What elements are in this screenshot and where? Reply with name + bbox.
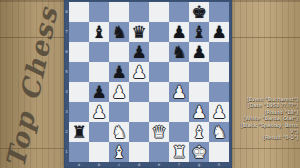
square-a6: [69, 42, 89, 62]
white-pawn-d5: ♟: [129, 62, 149, 82]
channel-watermark: Top Chess: [0, 2, 64, 168]
square-b7: ♝: [89, 22, 109, 42]
square-f7: ♟: [169, 22, 189, 42]
black-pawn-f7: ♟: [169, 22, 189, 42]
square-g5: [189, 62, 209, 82]
square-f8: [169, 2, 189, 22]
square-g8: ♚: [189, 2, 209, 22]
square-e3: [149, 102, 169, 122]
square-b6: [89, 42, 109, 62]
square-b8: [89, 2, 109, 22]
black-pawn-d6: ♟: [129, 42, 149, 62]
white-knight-c2: ♞: [109, 122, 129, 142]
square-d3: [129, 102, 149, 122]
video-frame: Top Chess 87654321 abcdefgh ♚♝♞♛♟♝♟♟♞♟♟♟…: [0, 0, 300, 168]
square-f3: [169, 102, 189, 122]
white-pawn-g3: ♟: [189, 102, 209, 122]
white-pawn-c4: ♟: [109, 82, 129, 102]
square-c4: ♟: [109, 82, 129, 102]
white-bishop-c1: ♝: [109, 142, 129, 162]
black-rook-a2: ♜: [69, 122, 89, 142]
square-e5: [149, 62, 169, 82]
white-rook-f1: ♜: [169, 142, 189, 162]
square-e6: [149, 42, 169, 62]
square-a3: [69, 102, 89, 122]
square-e1: [149, 142, 169, 162]
square-d4: [129, 82, 149, 102]
pgn-black-tag: [Black "Spassky, Boris V"]: [232, 122, 298, 135]
file-label-b: b: [89, 162, 109, 168]
square-e8: [149, 2, 169, 22]
square-e7: [149, 22, 169, 42]
square-a5: [69, 62, 89, 82]
black-knight-c7: ♞: [109, 22, 129, 42]
file-label-f: f: [169, 162, 189, 168]
square-a1: [69, 142, 89, 162]
file-label-h: h: [209, 162, 229, 168]
square-f1: ♜: [169, 142, 189, 162]
black-pawn-g6: ♟: [189, 42, 209, 62]
square-c3: [109, 102, 129, 122]
square-b4: ♟: [89, 82, 109, 102]
square-f2: [169, 122, 189, 142]
black-bishop-b7: ♝: [89, 22, 109, 42]
square-g3: ♟: [189, 102, 209, 122]
square-g6: ♟: [189, 42, 209, 62]
black-pawn-c5: ♟: [109, 62, 129, 82]
file-label-e: e: [149, 162, 169, 168]
white-pawn-f4: ♟: [169, 82, 189, 102]
black-pawn-h7: ♟: [209, 22, 229, 42]
square-a8: [69, 2, 89, 22]
square-f4: ♟: [169, 82, 189, 102]
square-b1: [89, 142, 109, 162]
square-e2: ♛: [149, 122, 169, 142]
square-d8: [129, 2, 149, 22]
white-knight-h2: ♞: [209, 122, 229, 142]
board-squares: ♚♝♞♛♟♝♟♟♞♟♟♟♟♟♟♟♟♟♜♞♛♝♞♝♜♚: [69, 2, 229, 162]
square-c1: ♝: [109, 142, 129, 162]
square-d7: ♛: [129, 22, 149, 42]
square-g1: ♚: [189, 142, 209, 162]
black-bishop-g7: ♝: [189, 22, 209, 42]
black-king-g8: ♚: [189, 2, 209, 22]
square-g2: ♝: [189, 122, 209, 142]
file-label-g: g: [189, 162, 209, 168]
square-a2: ♜: [69, 122, 89, 142]
square-h2: ♞: [209, 122, 229, 142]
white-king-g1: ♚: [189, 142, 209, 162]
chess-board: 87654321 abcdefgh ♚♝♞♛♟♝♟♟♞♟♟♟♟♟♟♟♟♟♜♞♛♝…: [64, 0, 232, 168]
white-pawn-b3: ♟: [89, 102, 109, 122]
square-f5: [169, 62, 189, 82]
square-d5: ♟: [129, 62, 149, 82]
black-pawn-b4: ♟: [89, 82, 109, 102]
square-h3: ♟: [209, 102, 229, 122]
square-g4: [189, 82, 209, 102]
square-b3: ♟: [89, 102, 109, 122]
square-c2: ♞: [109, 122, 129, 142]
pgn-result-tag: [Result "0-1"]: [232, 134, 298, 140]
square-c8: [109, 2, 129, 22]
file-label-a: a: [69, 162, 89, 168]
square-a4: [69, 82, 89, 102]
square-h6: [209, 42, 229, 62]
square-h7: ♟: [209, 22, 229, 42]
square-c7: ♞: [109, 22, 129, 42]
square-b2: [89, 122, 109, 142]
square-f6: ♞: [169, 42, 189, 62]
black-queen-d7: ♛: [129, 22, 149, 42]
square-e4: [149, 82, 169, 102]
square-h8: [209, 2, 229, 22]
black-knight-f6: ♞: [169, 42, 189, 62]
square-d2: [129, 122, 149, 142]
file-label-c: c: [109, 162, 129, 168]
square-g7: ♝: [189, 22, 209, 42]
square-h4: [209, 82, 229, 102]
square-b5: [89, 62, 109, 82]
pgn-tag-block: [Event "Bucharest"] [Date "1953.??.??"] …: [232, 96, 298, 141]
file-label-d: d: [129, 162, 149, 168]
square-a7: [69, 22, 89, 42]
square-c5: ♟: [109, 62, 129, 82]
file-coordinates: abcdefgh: [69, 162, 229, 168]
square-h1: [209, 142, 229, 162]
square-h5: [209, 62, 229, 82]
square-c6: [109, 42, 129, 62]
white-bishop-g2: ♝: [189, 122, 209, 142]
square-d6: ♟: [129, 42, 149, 62]
white-queen-e2: ♛: [149, 122, 169, 142]
white-pawn-h3: ♟: [209, 102, 229, 122]
square-d1: [129, 142, 149, 162]
